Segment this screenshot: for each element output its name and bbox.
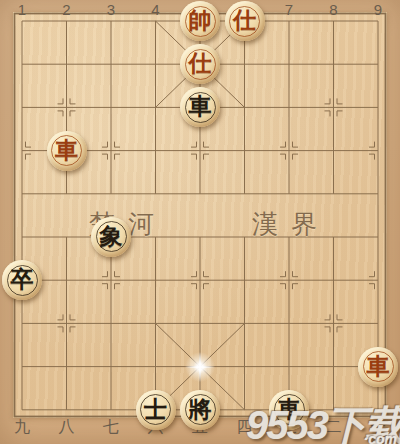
red-advisor[interactable]: 仕 — [178, 43, 223, 86]
board-grid[interactable]: 帥仕仕車車象卒車士將車 — [0, 0, 400, 431]
piece-character: 將 — [189, 398, 212, 421]
red-advisor[interactable]: 仕 — [222, 0, 267, 43]
piece-character: 仕 — [233, 9, 256, 32]
piece-character: 仕 — [189, 52, 212, 75]
piece-character: 車 — [367, 355, 390, 378]
piece-character: 車 — [55, 139, 78, 162]
black-soldier[interactable]: 卒 — [0, 259, 44, 302]
watermark: 9553下载 ·com — [246, 404, 400, 444]
red-chariot[interactable]: 車 — [356, 345, 400, 388]
piece-character: 帥 — [189, 9, 212, 32]
black-general[interactable]: 將 — [178, 388, 223, 431]
move-highlight-sparkle — [178, 345, 223, 388]
red-general[interactable]: 帥 — [178, 0, 223, 43]
black-elephant[interactable]: 象 — [89, 215, 134, 258]
red-chariot[interactable]: 車 — [44, 129, 89, 172]
piece-character: 車 — [189, 95, 212, 118]
watermark-suffix: ·com — [364, 432, 397, 444]
piece-character: 士 — [144, 398, 167, 421]
xiangqi-app-window: 123456789 九八七六五四三二一 楚河 漢界 帥仕仕車車象卒車士將車 95… — [0, 0, 400, 444]
piece-character: 卒 — [11, 268, 34, 291]
piece-character: 象 — [100, 225, 123, 248]
black-advisor[interactable]: 士 — [133, 388, 178, 431]
black-chariot[interactable]: 車 — [178, 86, 223, 129]
sparkle-icon — [182, 349, 218, 385]
